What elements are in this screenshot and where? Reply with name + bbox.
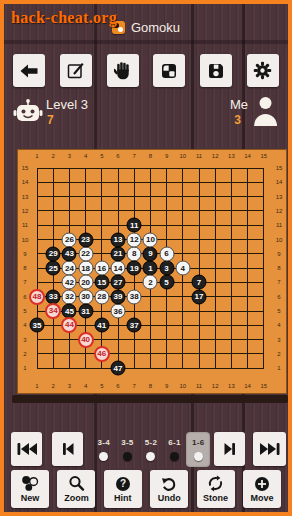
stone-38-white: 38 (127, 289, 142, 304)
move-button[interactable]: Move (243, 470, 281, 508)
row-label-right: 5 (277, 308, 280, 314)
col-label-top: 15 (260, 153, 267, 159)
col-label-bottom: 15 (260, 383, 267, 389)
row-label-right: 10 (276, 237, 283, 243)
row-label-left: 1 (23, 365, 26, 371)
new-game-stones-icon (21, 475, 40, 492)
black-stone-dot-icon (170, 452, 179, 461)
board[interactable]: 1115152214143313134412125511116610107799… (17, 149, 287, 394)
stone-26-white: 26 (62, 232, 77, 247)
stone-5-black: 5 (159, 275, 174, 290)
row-label-left: 4 (23, 322, 26, 328)
skip-to-start-icon (16, 442, 38, 456)
plus-circle-icon (254, 476, 270, 492)
stone-37-black: 37 (127, 318, 142, 333)
top-toolbar (13, 54, 279, 87)
stone-25-black: 25 (46, 261, 61, 276)
svg-text:?: ? (120, 478, 126, 489)
col-label-bottom: 13 (228, 383, 235, 389)
hint-button[interactable]: ? Hint (104, 470, 142, 508)
edit-icon (66, 61, 85, 80)
row-label-left: 3 (23, 337, 26, 343)
stone-28-white: 28 (94, 289, 109, 304)
history-item-1-6[interactable]: 1-6 (186, 432, 210, 467)
stone-8-white: 8 (127, 246, 142, 261)
stone-9-black: 9 (143, 246, 158, 261)
stone-39-black: 39 (111, 289, 126, 304)
stone-12-white: 12 (127, 232, 142, 247)
row-label-right: 2 (277, 351, 280, 357)
stone-15-black: 15 (94, 275, 109, 290)
stone-21-black: 21 (111, 246, 126, 261)
col-label-bottom: 1 (35, 383, 38, 389)
gear-icon (253, 61, 272, 80)
board-stones-button[interactable] (153, 54, 185, 87)
opponent-score: 7 (47, 113, 54, 127)
history-item-5-2[interactable]: 5-2 (139, 432, 163, 467)
watermark-banner: hack-cheat.org (11, 9, 117, 27)
stone-6-white: 6 (159, 246, 174, 261)
stone-22-white: 22 (78, 246, 93, 261)
hint-label: Hint (114, 493, 132, 503)
me-avatar (252, 96, 279, 130)
zoom-label: Zoom (64, 493, 89, 503)
stone-42-white: 42 (62, 275, 77, 290)
col-label-bottom: 2 (52, 383, 55, 389)
stone-47-black: 47 (111, 361, 126, 376)
col-label-bottom: 8 (149, 383, 152, 389)
stone-11-black: 11 (127, 218, 142, 233)
col-label-bottom: 6 (116, 383, 119, 389)
question-circle-icon: ? (115, 476, 131, 492)
move-label: Move (250, 493, 273, 503)
col-label-bottom: 9 (165, 383, 168, 389)
robot-avatar (13, 99, 43, 130)
stone-29-black: 29 (46, 246, 61, 261)
row-label-left: 5 (23, 308, 26, 314)
stone-27-black: 27 (111, 275, 126, 290)
undo-button[interactable]: Undo (150, 470, 188, 508)
page-title: Gomoku (131, 20, 180, 35)
history-score-label: 6-1 (168, 438, 180, 447)
history-item-3-4[interactable]: 3-4 (92, 432, 116, 467)
col-label-top: 14 (244, 153, 251, 159)
stone-41-black: 41 (94, 318, 109, 333)
stone-14-white: 14 (111, 261, 126, 276)
stone-34-white-winning: 34 (45, 303, 61, 319)
row-label-right: 8 (277, 265, 280, 271)
col-label-top: 13 (228, 153, 235, 159)
row-label-right: 13 (276, 194, 283, 200)
row-label-left: 6 (23, 294, 26, 300)
swap-arrows-icon (207, 475, 224, 492)
hand-button[interactable] (107, 54, 139, 87)
col-label-top: 8 (149, 153, 152, 159)
col-label-top: 10 (179, 153, 186, 159)
col-label-top: 6 (116, 153, 119, 159)
app-screen: hack-cheat.org Gomoku Level 3 7 Me 3 111… (0, 0, 292, 516)
col-label-top: 1 (35, 153, 38, 159)
me-name: Me (230, 97, 248, 112)
row-label-left: 13 (22, 194, 29, 200)
step-forward-icon (223, 442, 237, 456)
stone-33-black: 33 (46, 289, 61, 304)
grid-line-vertical (247, 168, 248, 368)
back-arrow-icon (19, 63, 39, 79)
row-label-left: 14 (22, 179, 29, 185)
row-label-left: 11 (22, 222, 28, 228)
col-label-bottom: 11 (196, 383, 202, 389)
col-label-bottom: 10 (179, 383, 186, 389)
game-history-list: 3-43-55-26-11-6 (92, 431, 210, 467)
save-button[interactable] (200, 54, 232, 87)
row-label-right: 9 (277, 251, 280, 257)
white-stone-dot-icon (194, 452, 203, 461)
go-to-start-button[interactable] (11, 432, 42, 466)
next-move-button[interactable] (214, 432, 245, 466)
stone-44-white-winning: 44 (61, 317, 77, 333)
stone-35-black: 35 (30, 318, 45, 333)
stone-label: Stone (203, 493, 228, 503)
zoom-button[interactable]: Zoom (57, 470, 95, 508)
me-score: 3 (234, 113, 241, 127)
row-label-right: 3 (277, 337, 280, 343)
history-score-label: 3-4 (98, 438, 110, 447)
row-label-left: 15 (22, 165, 29, 171)
row-label-right: 6 (277, 294, 280, 300)
grid-line-horizontal (37, 353, 264, 354)
history-item-6-1[interactable]: 6-1 (163, 432, 187, 467)
stone-17-black: 17 (192, 289, 207, 304)
col-label-bottom: 5 (100, 383, 103, 389)
stone-45-black: 45 (62, 304, 77, 319)
col-label-top: 12 (212, 153, 219, 159)
white-stone-dot-icon (99, 452, 108, 461)
stone-40-white-winning: 40 (78, 332, 94, 348)
wood-plank-joint (4, 40, 288, 44)
robot-icon (13, 99, 43, 126)
row-label-right: 7 (277, 279, 280, 285)
stone-31-black: 31 (78, 304, 93, 319)
row-label-left: 2 (23, 351, 26, 357)
undo-label: Undo (158, 493, 181, 503)
stone-4-white: 4 (175, 261, 190, 276)
stone-32-white: 32 (62, 289, 77, 304)
stone-2-white: 2 (143, 275, 158, 290)
col-label-bottom: 4 (84, 383, 87, 389)
row-label-left: 12 (22, 208, 29, 214)
row-label-right: 11 (276, 222, 282, 228)
col-label-bottom: 3 (68, 383, 71, 389)
row-label-left: 10 (22, 237, 29, 243)
stone-23-black: 23 (78, 232, 93, 247)
col-label-bottom: 7 (133, 383, 136, 389)
col-label-top: 2 (52, 153, 55, 159)
stone-16-white: 16 (94, 261, 109, 276)
skip-to-end-icon (259, 442, 281, 456)
col-label-top: 5 (100, 153, 103, 159)
hand-icon (114, 61, 131, 80)
history-score-label: 5-2 (145, 438, 157, 447)
magnifier-icon (68, 475, 85, 492)
stone-24-white: 24 (62, 261, 77, 276)
person-icon (252, 96, 279, 126)
go-to-end-button[interactable] (253, 432, 286, 466)
stone-18-white: 18 (78, 261, 93, 276)
row-label-left: 7 (23, 279, 26, 285)
col-label-top: 3 (68, 153, 71, 159)
row-label-right: 4 (277, 322, 280, 328)
settings-button[interactable] (247, 54, 279, 87)
row-label-left: 8 (23, 265, 26, 271)
row-label-right: 1 (277, 365, 280, 371)
col-label-bottom: 12 (212, 383, 219, 389)
stone-button[interactable]: Stone (197, 470, 235, 508)
board-stones-icon (160, 62, 178, 80)
black-stone-dot-icon (123, 452, 132, 461)
stone-3-black: 3 (159, 261, 174, 276)
stone-30-white: 30 (78, 289, 93, 304)
stone-10-white: 10 (143, 232, 158, 247)
grid-line-horizontal (37, 368, 264, 369)
bottom-toolbar: New Zoom ? Hint Undo Stone Move (11, 470, 281, 508)
col-label-top: 9 (165, 153, 168, 159)
step-back-icon (61, 442, 75, 456)
stone-7-black: 7 (192, 275, 207, 290)
previous-move-button[interactable] (52, 432, 83, 466)
row-label-right: 14 (276, 179, 283, 185)
row-label-left: 9 (23, 251, 26, 257)
opponent-name: Level 3 (46, 97, 88, 112)
new-label: New (21, 493, 40, 503)
stone-20-white: 20 (78, 275, 93, 290)
white-stone-dot-icon (146, 452, 155, 461)
grid-line-horizontal (37, 339, 264, 340)
row-label-right: 15 (276, 165, 283, 171)
board-shadow (12, 395, 288, 403)
history-score-label: 1-6 (192, 438, 204, 447)
col-label-top: 11 (196, 153, 202, 159)
stone-1-black: 1 (143, 261, 158, 276)
grid-line-vertical (263, 168, 264, 368)
save-icon (207, 62, 225, 80)
edit-button[interactable] (60, 54, 92, 87)
stone-43-black: 43 (62, 246, 77, 261)
stone-48-white-winning: 48 (29, 289, 45, 305)
col-label-bottom: 14 (244, 383, 251, 389)
stone-46-white-winning: 46 (94, 346, 110, 362)
stone-36-white: 36 (111, 304, 126, 319)
stone-19-black: 19 (127, 261, 142, 276)
history-score-label: 3-5 (121, 438, 133, 447)
undo-arrow-icon (161, 476, 177, 492)
col-label-top: 4 (84, 153, 87, 159)
col-label-top: 7 (133, 153, 136, 159)
new-button[interactable]: New (11, 470, 49, 508)
stone-13-black: 13 (111, 232, 126, 247)
history-item-3-5[interactable]: 3-5 (116, 432, 140, 467)
row-label-right: 12 (276, 208, 283, 214)
back-button[interactable] (13, 54, 45, 87)
